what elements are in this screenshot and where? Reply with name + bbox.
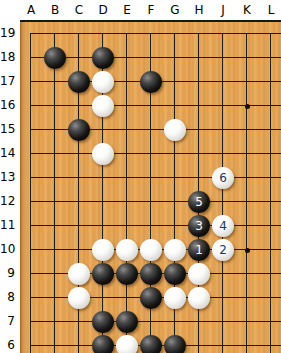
go-board[interactable]: 531642: [20, 20, 281, 353]
column-label-L: L: [259, 0, 281, 20]
white-stone-J13: 6: [212, 167, 234, 189]
white-stone-D17: [92, 71, 114, 93]
black-stone-F6: [140, 335, 162, 353]
column-label-B: B: [43, 0, 67, 20]
move-number-3: 3: [195, 220, 203, 232]
white-stone-G15: [164, 119, 186, 141]
column-label-H: H: [187, 0, 211, 20]
white-stone-D16: [92, 95, 114, 117]
move-number-1: 1: [195, 244, 203, 256]
white-stone-G8: [164, 287, 186, 309]
white-stone-E10: [116, 239, 138, 261]
white-stone-H9: [188, 263, 210, 285]
column-label-G: G: [163, 0, 187, 20]
row-label-7: 7: [0, 311, 15, 331]
black-stone-D6: [92, 335, 114, 353]
black-stone-D7: [92, 311, 114, 333]
column-label-F: F: [139, 0, 163, 20]
column-label-J: J: [211, 0, 235, 20]
black-stone-E9: [116, 263, 138, 285]
column-label-E: E: [115, 0, 139, 20]
star-point-K16: [245, 104, 250, 109]
black-stone-C17: [68, 71, 90, 93]
black-stone-G9: [164, 263, 186, 285]
column-label-K: K: [235, 0, 259, 20]
white-stone-C9: [68, 263, 90, 285]
row-label-9: 9: [0, 263, 15, 283]
white-stone-J11: 4: [212, 215, 234, 237]
black-stone-E7: [116, 311, 138, 333]
black-stone-F17: [140, 71, 162, 93]
black-stone-H10: 1: [188, 239, 210, 261]
move-number-2: 2: [219, 244, 227, 256]
row-label-6: 6: [0, 335, 15, 353]
white-stone-G10: [164, 239, 186, 261]
black-stone-C15: [68, 119, 90, 141]
row-label-14: 14: [0, 143, 15, 163]
column-label-D: D: [91, 0, 115, 20]
go-diagram: 531642 ABCDEFGHJKL 191817161514131211109…: [0, 0, 281, 353]
column-label-A: A: [19, 0, 43, 20]
white-stone-C8: [68, 287, 90, 309]
star-point-K10: [245, 248, 250, 253]
row-label-15: 15: [0, 119, 15, 139]
white-stone-D10: [92, 239, 114, 261]
white-stone-D14: [92, 143, 114, 165]
black-stone-F9: [140, 263, 162, 285]
stones-layer: 531642: [19, 22, 281, 353]
move-number-4: 4: [219, 220, 227, 232]
black-stone-G6: [164, 335, 186, 353]
black-stone-D9: [92, 263, 114, 285]
black-stone-H11: 3: [188, 215, 210, 237]
row-label-11: 11: [0, 215, 15, 235]
move-number-6: 6: [219, 172, 227, 184]
move-number-5: 5: [195, 196, 203, 208]
black-stone-F8: [140, 287, 162, 309]
white-stone-E6: [116, 335, 138, 353]
black-stone-H12: 5: [188, 191, 210, 213]
white-stone-F10: [140, 239, 162, 261]
row-label-16: 16: [0, 95, 15, 115]
row-label-13: 13: [0, 167, 15, 187]
black-stone-D18: [92, 47, 114, 69]
column-label-C: C: [67, 0, 91, 20]
white-stone-J10: 2: [212, 239, 234, 261]
row-label-18: 18: [0, 47, 15, 67]
row-label-8: 8: [0, 287, 15, 307]
row-label-17: 17: [0, 71, 15, 91]
row-label-19: 19: [0, 23, 15, 43]
black-stone-B18: [44, 47, 66, 69]
row-label-10: 10: [0, 239, 15, 259]
row-label-12: 12: [0, 191, 15, 211]
white-stone-H8: [188, 287, 210, 309]
